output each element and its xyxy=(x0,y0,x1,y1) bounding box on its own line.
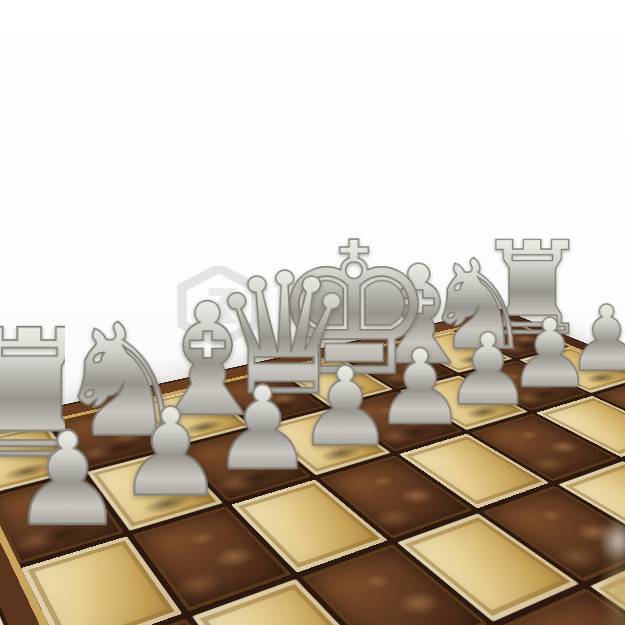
watermark-letter xyxy=(280,284,310,322)
hexagon-logo-icon xyxy=(176,266,262,346)
out-of-frame-piece-fragment xyxy=(583,515,625,625)
watermark-letter xyxy=(360,284,390,322)
piece-shadow xyxy=(169,414,237,441)
piece-shadow xyxy=(513,383,576,406)
product-photo-scene: ♜♞♝♛♚♝♞♜♟♟♟♟♟♟♟♟ xyxy=(0,0,625,625)
square-g3[interactable] xyxy=(536,396,625,457)
piece-shadow xyxy=(571,368,625,389)
watermark-letter xyxy=(320,284,350,322)
board-grid: ♜♞♝♛♚♝♞♜♟♟♟♟♟♟♟♟ xyxy=(0,317,625,625)
watermark-letter xyxy=(400,284,430,322)
piece-shadow xyxy=(304,439,376,469)
piece-shadow xyxy=(220,461,296,494)
chessboard: ♜♞♝♛♚♝♞♜♟♟♟♟♟♟♟♟ xyxy=(0,310,625,625)
piece-shadow xyxy=(450,400,516,425)
piece-shadow xyxy=(319,379,381,401)
watermark-text-blur xyxy=(280,284,430,322)
piece-shadow xyxy=(84,434,156,463)
